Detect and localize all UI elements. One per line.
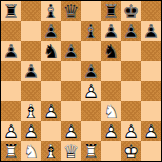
white-pawn-outline: ♙ [81, 81, 101, 101]
square-d7[interactable] [61, 21, 81, 41]
black-knight[interactable]: ♞♘ [101, 41, 121, 61]
black-pawn[interactable]: ♟♙ [141, 21, 161, 41]
square-e4[interactable]: ♟♙ [81, 81, 101, 101]
square-e6[interactable] [81, 41, 101, 61]
white-pawn-outline: ♙ [101, 121, 121, 141]
black-bishop-outline: ♗ [81, 21, 101, 41]
white-pawn-outline: ♙ [21, 121, 41, 141]
square-h8[interactable] [141, 1, 161, 21]
white-rook-outline: ♖ [1, 141, 21, 161]
square-b4[interactable] [21, 81, 41, 101]
square-b2[interactable]: ♟♙ [21, 121, 41, 141]
white-knight-outline: ♘ [21, 141, 41, 161]
black-pawn[interactable]: ♟♙ [21, 61, 41, 81]
black-knight-outline: ♘ [41, 41, 61, 61]
square-g2[interactable]: ♟♙ [121, 121, 141, 141]
square-c1[interactable]: ♝♗ [41, 141, 61, 161]
square-f2[interactable]: ♟♙ [101, 121, 121, 141]
black-rook-outline: ♖ [101, 1, 121, 21]
white-bishop[interactable]: ♝♗ [41, 141, 61, 161]
square-g8[interactable]: ♚♔ [121, 1, 141, 21]
square-h7[interactable]: ♟♙ [141, 21, 161, 41]
white-pawn-outline: ♙ [61, 121, 81, 141]
square-a8[interactable]: ♜♖ [1, 1, 21, 21]
square-d5[interactable] [61, 61, 81, 81]
square-d1[interactable]: ♛♕ [61, 141, 81, 161]
black-pawn-outline: ♙ [21, 61, 41, 81]
chess-board: ♜♖♝♗♛♕♜♖♚♔♟♙♝♗♟♙♟♙♟♙♟♙♞♘♟♙♞♘♟♙♟♙♟♙♝♗♟♙♞♘… [0, 0, 162, 162]
black-pawn[interactable]: ♟♙ [61, 41, 81, 61]
square-f5[interactable] [101, 61, 121, 81]
square-b7[interactable] [21, 21, 41, 41]
square-b1[interactable]: ♞♘ [21, 141, 41, 161]
black-pawn[interactable]: ♟♙ [121, 21, 141, 41]
black-bishop[interactable]: ♝♗ [81, 21, 101, 41]
black-knight-outline: ♘ [101, 41, 121, 61]
square-e1[interactable]: ♜♖ [81, 141, 101, 161]
black-pawn-outline: ♙ [101, 21, 121, 41]
black-pawn-outline: ♙ [141, 21, 161, 41]
square-c8[interactable]: ♝♗ [41, 1, 61, 21]
square-a6[interactable]: ♟♙ [1, 41, 21, 61]
white-knight[interactable]: ♞♘ [21, 141, 41, 161]
black-pawn-outline: ♙ [81, 61, 101, 81]
square-d6[interactable]: ♟♙ [61, 41, 81, 61]
square-f3[interactable]: ♞♘ [101, 101, 121, 121]
square-d2[interactable]: ♟♙ [61, 121, 81, 141]
square-c7[interactable]: ♟♙ [41, 21, 61, 41]
white-queen-outline: ♕ [61, 141, 81, 161]
square-c5[interactable] [41, 61, 61, 81]
square-h5[interactable] [141, 61, 161, 81]
white-pawn-outline: ♙ [41, 101, 61, 121]
black-queen[interactable]: ♛♕ [61, 1, 81, 21]
black-rook[interactable]: ♜♖ [1, 1, 21, 21]
square-a2[interactable]: ♟♙ [1, 121, 21, 141]
square-h2[interactable]: ♟♙ [141, 121, 161, 141]
square-b5[interactable]: ♟♙ [21, 61, 41, 81]
square-a5[interactable] [1, 61, 21, 81]
square-b6[interactable] [21, 41, 41, 61]
white-king[interactable]: ♚♔ [121, 141, 141, 161]
square-a1[interactable]: ♜♖ [1, 141, 21, 161]
black-pawn[interactable]: ♟♙ [41, 21, 61, 41]
square-h1[interactable] [141, 141, 161, 161]
white-king-outline: ♔ [121, 141, 141, 161]
square-e8[interactable] [81, 1, 101, 21]
white-pawn-outline: ♙ [1, 121, 21, 141]
square-e3[interactable] [81, 101, 101, 121]
square-g5[interactable] [121, 61, 141, 81]
square-g3[interactable] [121, 101, 141, 121]
square-e2[interactable] [81, 121, 101, 141]
square-g4[interactable] [121, 81, 141, 101]
white-pawn[interactable]: ♟♙ [61, 121, 81, 141]
black-rook[interactable]: ♜♖ [101, 1, 121, 21]
square-c2[interactable] [41, 121, 61, 141]
square-d3[interactable] [61, 101, 81, 121]
white-pawn[interactable]: ♟♙ [1, 121, 21, 141]
square-e5[interactable]: ♟♙ [81, 61, 101, 81]
white-pawn[interactable]: ♟♙ [81, 81, 101, 101]
white-bishop[interactable]: ♝♗ [21, 101, 41, 121]
square-g7[interactable]: ♟♙ [121, 21, 141, 41]
square-f7[interactable]: ♟♙ [101, 21, 121, 41]
square-h4[interactable] [141, 81, 161, 101]
square-a3[interactable] [1, 101, 21, 121]
white-bishop-outline: ♗ [41, 141, 61, 161]
black-queen-outline: ♕ [61, 1, 81, 21]
black-pawn[interactable]: ♟♙ [101, 21, 121, 41]
white-rook[interactable]: ♜♖ [81, 141, 101, 161]
white-knight-outline: ♘ [101, 101, 121, 121]
square-f4[interactable] [101, 81, 121, 101]
black-pawn[interactable]: ♟♙ [1, 41, 21, 61]
white-knight[interactable]: ♞♘ [101, 101, 121, 121]
square-d8[interactable]: ♛♕ [61, 1, 81, 21]
square-d4[interactable] [61, 81, 81, 101]
black-pawn-outline: ♙ [41, 21, 61, 41]
square-f6[interactable]: ♞♘ [101, 41, 121, 61]
white-rook[interactable]: ♜♖ [1, 141, 21, 161]
white-pawn[interactable]: ♟♙ [141, 121, 161, 141]
black-bishop-outline: ♗ [41, 1, 61, 21]
black-pawn-outline: ♙ [1, 41, 21, 61]
square-g1[interactable]: ♚♔ [121, 141, 141, 161]
square-e7[interactable]: ♝♗ [81, 21, 101, 41]
square-f8[interactable]: ♜♖ [101, 1, 121, 21]
white-pawn[interactable]: ♟♙ [121, 121, 141, 141]
white-pawn-outline: ♙ [141, 121, 161, 141]
square-g6[interactable] [121, 41, 141, 61]
square-a7[interactable] [1, 21, 21, 41]
white-rook-outline: ♖ [81, 141, 101, 161]
black-pawn-outline: ♙ [121, 21, 141, 41]
black-pawn[interactable]: ♟♙ [81, 61, 101, 81]
white-pawn[interactable]: ♟♙ [41, 101, 61, 121]
square-f1[interactable] [101, 141, 121, 161]
square-h6[interactable] [141, 41, 161, 61]
black-king-outline: ♔ [121, 1, 141, 21]
square-a4[interactable] [1, 81, 21, 101]
square-c3[interactable]: ♟♙ [41, 101, 61, 121]
square-h3[interactable] [141, 101, 161, 121]
white-bishop-outline: ♗ [21, 101, 41, 121]
black-bishop[interactable]: ♝♗ [41, 1, 61, 21]
black-rook-outline: ♖ [1, 1, 21, 21]
square-c4[interactable] [41, 81, 61, 101]
white-pawn[interactable]: ♟♙ [21, 121, 41, 141]
square-c6[interactable]: ♞♘ [41, 41, 61, 61]
white-pawn-outline: ♙ [121, 121, 141, 141]
black-king[interactable]: ♚♔ [121, 1, 141, 21]
black-knight[interactable]: ♞♘ [41, 41, 61, 61]
square-b8[interactable] [21, 1, 41, 21]
black-pawn-outline: ♙ [61, 41, 81, 61]
white-pawn[interactable]: ♟♙ [101, 121, 121, 141]
square-b3[interactable]: ♝♗ [21, 101, 41, 121]
white-queen[interactable]: ♛♕ [61, 141, 81, 161]
